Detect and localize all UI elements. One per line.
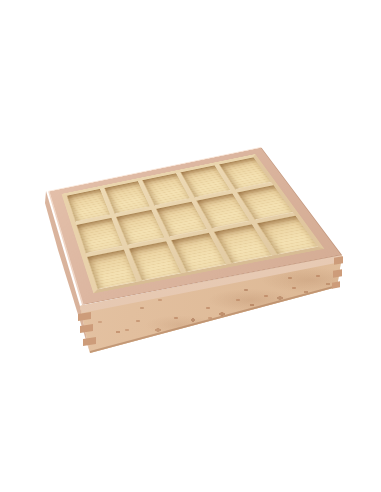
finger-joint-front-right <box>332 281 340 288</box>
compartment-r1-c2 <box>104 181 150 214</box>
compartment-r3-c1 <box>87 250 137 290</box>
product-photo <box>0 0 381 492</box>
finger-joint-front-right <box>333 269 342 278</box>
finger-joint-front-right <box>334 256 343 265</box>
compartment-r2-c2 <box>116 209 165 245</box>
compartment-r1-c1 <box>67 189 111 222</box>
compartment-r2-c1 <box>76 218 123 254</box>
